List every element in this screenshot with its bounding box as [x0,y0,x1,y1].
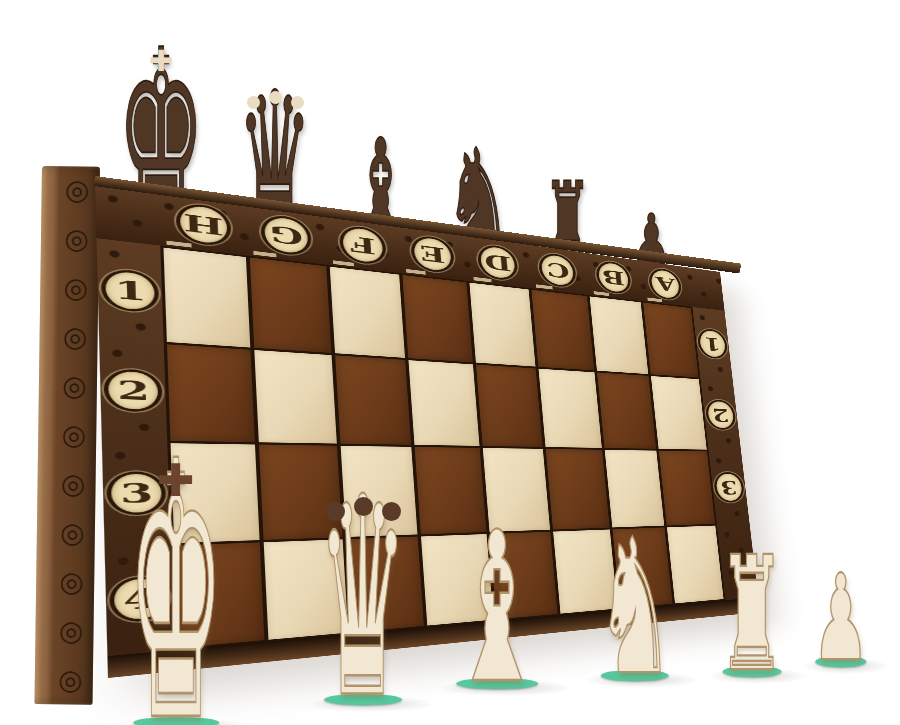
file-letter: B [601,265,626,289]
rank-label-1: 1 [101,267,160,313]
file-label-E: E [410,233,455,274]
spiral-carving-icon: ◎ [61,470,86,498]
file-letter: A [655,272,676,295]
file-letter: E [419,240,446,267]
square-E1 [402,275,473,362]
square-A1 [643,303,699,378]
square-E2 [408,360,479,446]
crown-ball-finial-icon [326,502,345,521]
pawn-glyph: ♟ [812,575,870,663]
rank-label-3: 3 [713,472,746,503]
file-label-A: A [648,267,683,302]
rank-label-2: 2 [704,399,737,430]
crown-ball-finial-icon [382,502,401,521]
spiral-carving-icon: ◎ [62,372,87,400]
rank-number: 2 [711,404,730,426]
file-label-B: B [595,259,632,295]
file-letter: C [545,257,570,282]
file-letter: H [183,208,224,240]
square-A2 [651,376,707,450]
light-pawn-piece: ♟ [741,602,900,664]
bishop-glyph: ♝ [450,532,545,685]
crown-ball-finial-icon [269,91,282,104]
square-B2 [597,372,656,449]
light-king-piece: ♚✚ [76,574,276,725]
spiral-carving-icon: ◎ [64,226,89,254]
file-label-H: H [175,201,231,248]
spiral-carving-icon: ◎ [61,421,86,449]
spiral-carving-icon: ◎ [60,519,85,547]
rank-number: 3 [720,477,739,499]
file-label-F: F [338,223,387,265]
queen-crown-finials [263,502,463,521]
file-letter: D [483,249,512,275]
square-G1 [250,258,331,353]
square-G2 [255,350,337,444]
square-D2 [476,364,543,447]
square-B1 [589,296,648,373]
square-H1 [163,248,250,348]
rank-number: 1 [703,333,722,355]
file-letter: F [349,231,376,259]
rank-cell-1: 1 [96,238,163,342]
queen-crown-finials [175,96,375,109]
square-C1 [532,290,594,370]
square-C2 [539,368,602,447]
crown-ball-finial-icon [291,96,304,109]
square-F1 [329,267,404,358]
square-F2 [335,355,411,445]
rank-label-1: 1 [696,328,728,360]
rank-number: 1 [114,275,147,307]
file-label-G: G [260,213,312,258]
file-letter: G [269,220,304,250]
dark-cross-finial-icon: ✚ [157,458,195,503]
file-label-C: C [538,251,578,288]
border-corner-right [688,267,725,310]
cream-cross-finial-icon: ✚ [149,47,173,76]
chess-set-product-photo: ◎◎◎◎◎◎◎◎◎◎◎ HGFEDCBA 1234 123 ♚✚♛♝♞♜♟ ♚✚… [0,0,900,725]
crown-ball-finial-icon [354,497,373,516]
spiral-carving-icon: ◎ [63,323,88,351]
spiral-carving-icon: ◎ [63,275,88,303]
queen-glyph: ♛ [318,498,408,702]
file-label-D: D [476,243,518,282]
square-D1 [469,283,535,367]
crown-ball-finial-icon [247,96,260,109]
